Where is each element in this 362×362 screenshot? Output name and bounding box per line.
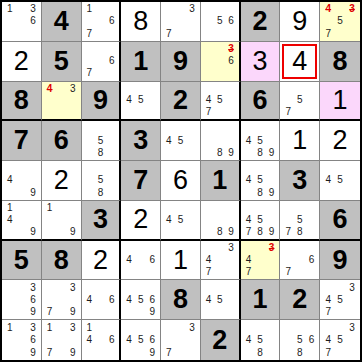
pencil-mark: 6 <box>147 294 159 306</box>
pencil-marks: 369 <box>2 280 41 319</box>
cell-r5c9[interactable]: 45 <box>320 161 360 201</box>
eliminated-candidate: 3 <box>266 242 278 254</box>
pencil-mark: 5 <box>214 294 225 306</box>
given-digit: 9 <box>93 87 108 114</box>
cell-r2c2[interactable]: 5 <box>42 42 82 82</box>
pencil-marks: 146 <box>82 320 120 360</box>
cell-r7c9[interactable]: 9 <box>320 241 360 281</box>
cell-r3c7[interactable]: 6 <box>241 82 281 122</box>
given-digit: 3 <box>292 167 307 194</box>
cell-r7c7[interactable]: 347 <box>241 241 281 281</box>
pencil-mark: 3 <box>27 281 39 293</box>
pencil-mark: 3 <box>67 281 79 293</box>
pencil-marks: 67 <box>82 42 120 81</box>
pencil-mark: 7 <box>84 67 95 79</box>
given-digit: 9 <box>333 247 348 274</box>
cell-r4c2[interactable]: 6 <box>42 121 82 161</box>
pencil-mark: 3 <box>225 242 236 254</box>
pencil-mark: 4 <box>322 174 334 186</box>
pencil-mark: 6 <box>306 334 318 347</box>
pencil-mark: 6 <box>27 294 39 306</box>
cell-r8c1[interactable]: 369 <box>2 280 42 320</box>
cell-r8c5[interactable]: 8 <box>161 280 201 320</box>
pencil-mark: 9 <box>27 306 39 318</box>
pencil-mark: 3 <box>67 83 79 95</box>
pencil-mark: 5 <box>334 294 346 306</box>
pencil-mark: 1 <box>84 3 95 15</box>
cell-r8c2[interactable]: 379 <box>42 280 82 320</box>
solved-digit: 1 <box>292 127 307 154</box>
pencil-mark: 9 <box>225 226 236 238</box>
cell-r6c7[interactable]: 45789 <box>241 201 281 241</box>
pencil-marks: 37 <box>161 2 200 41</box>
pencil-mark: 1 <box>4 3 16 15</box>
pencil-mark: 3 <box>67 321 79 334</box>
cell-r6c4[interactable]: 2 <box>121 201 161 241</box>
cell-r8c3[interactable]: 46 <box>82 280 122 320</box>
pencil-mark: 9 <box>266 187 278 199</box>
pencil-mark: 5 <box>334 15 346 27</box>
pencil-marks: 4589 <box>241 161 280 200</box>
pencil-marks: 347 <box>201 241 239 280</box>
cell-r1c1[interactable]: 136 <box>2 2 42 42</box>
pencil-mark: 5 <box>294 214 306 226</box>
pencil-mark: 1 <box>4 321 16 334</box>
pencil-mark: 5 <box>95 174 106 186</box>
cell-r4c9[interactable]: 2 <box>320 121 360 161</box>
pencil-mark: 6 <box>106 55 117 67</box>
cell-r9c2[interactable]: 1379 <box>42 320 82 360</box>
given-digit: 4 <box>54 8 69 35</box>
solved-digit: 2 <box>133 206 148 233</box>
given-digit: 6 <box>54 127 69 154</box>
pencil-mark: 3 <box>346 281 358 293</box>
cell-r4c6[interactable]: 89 <box>201 121 241 161</box>
cell-r6c3[interactable]: 3 <box>82 201 122 241</box>
solved-digit: 3 <box>253 48 268 75</box>
given-digit: 1 <box>212 167 227 194</box>
pencil-mark: 4 <box>203 94 214 106</box>
cell-r4c4[interactable]: 3 <box>121 121 161 161</box>
pencil-marks: 578 <box>280 201 319 239</box>
pencil-mark: 8 <box>95 147 106 159</box>
pencil-mark: 8 <box>214 226 225 238</box>
sudoku-board: 1364167837562943572567193634884394524576… <box>0 0 362 362</box>
given-digit: 5 <box>14 247 29 274</box>
pencil-mark: 5 <box>175 214 187 226</box>
pencil-mark: 3 <box>346 321 358 334</box>
pencil-mark: 6 <box>147 254 159 266</box>
pencil-marks: 89 <box>201 201 239 239</box>
solved-digit: 2 <box>93 247 108 274</box>
pencil-marks: 36 <box>201 42 239 81</box>
pencil-mark: 7 <box>44 306 56 318</box>
given-digit: 8 <box>54 247 69 274</box>
pencil-mark: 4 <box>203 254 214 266</box>
given-digit: 7 <box>133 167 148 194</box>
cell-r2c7[interactable]: 3 <box>241 42 281 82</box>
cell-r7c6[interactable]: 347 <box>201 241 241 281</box>
cell-r8c6[interactable]: 45 <box>201 280 241 320</box>
cell-r9c6[interactable]: 2 <box>201 320 241 360</box>
pencil-mark: 5 <box>135 334 147 347</box>
cell-r2c9[interactable]: 8 <box>320 42 360 82</box>
cell-r8c7[interactable]: 1 <box>241 280 281 320</box>
cell-r5c8[interactable]: 3 <box>280 161 320 201</box>
given-digit: 8 <box>173 286 188 313</box>
cell-r9c5[interactable]: 37 <box>161 320 201 360</box>
cell-r4c3[interactable]: 58 <box>82 121 122 161</box>
pencil-mark: 6 <box>225 55 236 67</box>
pencil-mark: 7 <box>84 28 95 40</box>
cell-r2c4[interactable]: 1 <box>121 42 161 82</box>
pencil-marks: 46 <box>121 241 160 280</box>
pencil-marks: 4357 <box>320 2 360 41</box>
cell-r3c6[interactable]: 457 <box>201 82 241 122</box>
pencil-mark: 3 <box>27 3 39 15</box>
pencil-mark: 4 <box>123 294 135 306</box>
pencil-marks: 19 <box>42 201 81 239</box>
cell-r7c2[interactable]: 8 <box>42 241 82 281</box>
pencil-mark: 6 <box>27 334 39 347</box>
cell-r6c6[interactable]: 89 <box>201 201 241 241</box>
given-digit: 7 <box>14 127 29 154</box>
pencil-mark: 5 <box>135 94 147 106</box>
pencil-marks: 379 <box>42 280 81 319</box>
pencil-mark: 7 <box>243 226 255 238</box>
pencil-mark: 4 <box>84 334 95 347</box>
cell-r9c3[interactable]: 146 <box>82 320 122 360</box>
pencil-mark: 7 <box>243 266 255 278</box>
cell-r8c8[interactable]: 2 <box>280 280 320 320</box>
pencil-marks: 45 <box>121 82 160 120</box>
pencil-mark: 7 <box>322 346 334 359</box>
cell-r1c4[interactable]: 8 <box>121 2 161 42</box>
cell-r1c8[interactable]: 9 <box>280 2 320 42</box>
cell-r1c2[interactable]: 4 <box>42 2 82 42</box>
pencil-mark: 4 <box>4 214 16 226</box>
cell-r1c9[interactable]: 4357 <box>320 2 360 42</box>
pencil-marks: 89 <box>201 121 239 160</box>
cell-r5c4[interactable]: 7 <box>121 161 161 201</box>
cell-r6c5[interactable]: 45 <box>161 201 201 241</box>
pencil-mark: 4 <box>123 334 135 347</box>
given-digit: 2 <box>292 286 307 313</box>
pencil-mark: 7 <box>322 306 334 318</box>
pencil-mark: 4 <box>243 135 255 147</box>
solved-digit: 2 <box>54 167 69 194</box>
pencil-mark: 9 <box>225 147 236 159</box>
pencil-mark: 6 <box>106 334 117 347</box>
given-digit: 6 <box>253 87 268 114</box>
pencil-mark: 8 <box>254 226 266 238</box>
pencil-marks: 43 <box>42 82 81 120</box>
pencil-marks: 136 <box>2 2 41 41</box>
solved-digit: 9 <box>292 8 307 35</box>
pencil-mark: 1 <box>84 321 95 334</box>
pencil-marks: 49 <box>2 161 41 200</box>
cell-r1c5[interactable]: 37 <box>161 2 201 42</box>
pencil-mark: 8 <box>254 147 266 159</box>
pencil-mark: 4 <box>243 174 255 186</box>
cell-r3c8[interactable]: 57 <box>280 82 320 122</box>
pencil-marks: 57 <box>280 82 319 120</box>
cell-r2c3[interactable]: 67 <box>82 42 122 82</box>
cell-r5c3[interactable]: 58 <box>82 161 122 201</box>
pencil-mark: 5 <box>175 135 187 147</box>
pencil-mark: 7 <box>203 106 214 118</box>
cell-r2c8[interactable]: 4 <box>280 42 320 82</box>
given-digit: 5 <box>54 48 69 75</box>
cell-r7c4[interactable]: 46 <box>121 241 161 281</box>
pencil-mark: 4 <box>243 254 255 266</box>
cell-r5c2[interactable]: 2 <box>42 161 82 201</box>
eliminated-candidate: 3 <box>346 3 358 15</box>
pencil-mark: 6 <box>225 15 236 27</box>
pencil-mark: 4 <box>243 214 255 226</box>
pencil-mark: 9 <box>27 226 39 238</box>
given-digit: 8 <box>14 87 29 114</box>
given-digit: 1 <box>253 286 268 313</box>
cell-r7c3[interactable]: 2 <box>82 241 122 281</box>
cell-r7c8[interactable]: 67 <box>280 241 320 281</box>
cell-r9c9[interactable]: 3457 <box>320 320 360 360</box>
cell-r7c1[interactable]: 5 <box>2 241 42 281</box>
pencil-mark: 4 <box>163 135 175 147</box>
pencil-mark: 8 <box>254 346 266 359</box>
pencil-mark: 5 <box>254 214 266 226</box>
pencil-mark: 7 <box>163 346 175 359</box>
pencil-mark: 5 <box>254 135 266 147</box>
pencil-mark: 7 <box>282 266 294 278</box>
pencil-marks: 167 <box>82 2 120 41</box>
cell-r9c4[interactable]: 4569 <box>121 320 161 360</box>
pencil-mark: 8 <box>294 226 306 238</box>
pencil-marks: 58 <box>82 161 120 200</box>
pencil-marks: 1369 <box>2 320 41 360</box>
cell-r5c1[interactable]: 49 <box>2 161 42 201</box>
pencil-mark: 6 <box>106 15 117 27</box>
cell-r7c5[interactable]: 1 <box>161 241 201 281</box>
pencil-mark: 9 <box>266 226 278 238</box>
eliminated-candidate: 4 <box>322 3 334 15</box>
given-digit: 9 <box>173 48 188 75</box>
cell-r3c9[interactable]: 1 <box>320 82 360 122</box>
cell-r1c7[interactable]: 2 <box>241 2 281 42</box>
pencil-mark: 5 <box>95 135 106 147</box>
pencil-mark: 8 <box>214 147 225 159</box>
pencil-mark: 7 <box>282 226 294 238</box>
pencil-mark: 5 <box>214 15 225 27</box>
pencil-mark: 9 <box>27 187 39 199</box>
pencil-mark: 5 <box>135 294 147 306</box>
pencil-mark: 6 <box>147 334 159 347</box>
solved-digit: 2 <box>14 48 29 75</box>
pencil-mark: 9 <box>27 346 39 359</box>
given-digit: 6 <box>333 206 348 233</box>
pencil-mark: 4 <box>123 254 135 266</box>
given-digit: 8 <box>333 48 348 75</box>
solved-digit: 1 <box>173 247 188 274</box>
pencil-marks: 347 <box>241 241 280 280</box>
cell-r5c7[interactable]: 4589 <box>241 161 281 201</box>
pencil-mark: 5 <box>214 94 225 106</box>
cell-r6c8[interactable]: 578 <box>280 201 320 241</box>
pencil-mark: 5 <box>294 334 306 347</box>
pencil-mark: 6 <box>306 254 318 266</box>
pencil-mark: 4 <box>84 294 95 306</box>
pencil-mark: 7 <box>322 28 334 40</box>
solved-digit: 8 <box>133 8 148 35</box>
pencil-mark: 7 <box>163 28 175 40</box>
eliminated-candidate: 3 <box>225 43 236 55</box>
cell-r3c2[interactable]: 43 <box>42 82 82 122</box>
pencil-marks: 45 <box>320 161 360 200</box>
pencil-marks: 568 <box>280 320 319 360</box>
pencil-mark: 4 <box>203 294 214 306</box>
pencil-marks: 45 <box>201 280 239 319</box>
solved-digit: 4 <box>292 48 307 75</box>
cell-r4c8[interactable]: 1 <box>280 121 320 161</box>
pencil-marks: 67 <box>280 241 319 280</box>
pencil-mark: 8 <box>95 187 106 199</box>
pencil-mark: 4 <box>163 214 175 226</box>
cell-r5c6[interactable]: 1 <box>201 161 241 201</box>
cell-r9c7[interactable]: 458 <box>241 320 281 360</box>
cell-r9c1[interactable]: 1369 <box>2 320 42 360</box>
cell-r6c2[interactable]: 19 <box>42 201 82 241</box>
given-digit: 1 <box>133 48 148 75</box>
cell-r9c8[interactable]: 568 <box>280 320 320 360</box>
pencil-mark: 7 <box>282 106 294 118</box>
cell-r4c1[interactable]: 7 <box>2 121 42 161</box>
pencil-marks: 458 <box>241 320 280 360</box>
pencil-marks: 3457 <box>320 280 360 319</box>
pencil-mark: 1 <box>44 202 56 214</box>
pencil-mark: 9 <box>147 346 159 359</box>
pencil-mark: 1 <box>4 202 16 214</box>
cell-r4c5[interactable]: 45 <box>161 121 201 161</box>
given-digit: 2 <box>173 87 188 114</box>
solved-digit: 6 <box>173 167 188 194</box>
pencil-mark: 6 <box>27 15 39 27</box>
cell-r5c5[interactable]: 6 <box>161 161 201 201</box>
given-digit: 3 <box>93 206 108 233</box>
cell-r3c4[interactable]: 45 <box>121 82 161 122</box>
given-digit: 3 <box>133 127 148 154</box>
pencil-mark: 5 <box>254 334 266 347</box>
pencil-marks: 45 <box>161 201 200 239</box>
pencil-marks: 457 <box>201 82 239 120</box>
pencil-mark: 3 <box>27 321 39 334</box>
pencil-mark: 5 <box>294 94 306 106</box>
pencil-marks: 45 <box>161 121 200 160</box>
pencil-mark: 3 <box>186 321 198 334</box>
pencil-mark: 3 <box>186 3 198 15</box>
pencil-marks: 46 <box>82 280 120 319</box>
pencil-mark: 9 <box>67 226 79 238</box>
pencil-mark: 4 <box>123 94 135 106</box>
cell-r8c4[interactable]: 4569 <box>121 280 161 320</box>
cell-r2c6[interactable]: 36 <box>201 42 241 82</box>
pencil-mark: 4 <box>322 294 334 306</box>
pencil-mark: 5 <box>334 174 346 186</box>
cell-r6c1[interactable]: 149 <box>2 201 42 241</box>
pencil-mark: 4 <box>4 174 16 186</box>
pencil-mark: 9 <box>266 147 278 159</box>
given-digit: 2 <box>253 8 268 35</box>
pencil-mark: 7 <box>44 346 56 359</box>
pencil-marks: 4569 <box>121 280 160 319</box>
pencil-mark: 9 <box>147 306 159 318</box>
cell-r3c5[interactable]: 2 <box>161 82 201 122</box>
pencil-mark: 9 <box>67 346 79 359</box>
pencil-mark: 1 <box>44 321 56 334</box>
pencil-mark: 5 <box>254 174 266 186</box>
cell-r1c3[interactable]: 167 <box>82 2 122 42</box>
pencil-marks: 1379 <box>42 320 81 360</box>
solved-digit: 2 <box>333 127 348 154</box>
cell-r3c3[interactable]: 9 <box>82 82 122 122</box>
pencil-mark: 4 <box>322 334 334 347</box>
pencil-marks: 3457 <box>320 320 360 360</box>
pencil-marks: 4589 <box>241 121 280 160</box>
pencil-marks: 58 <box>82 121 120 160</box>
pencil-marks: 4569 <box>121 320 160 360</box>
pencil-mark: 8 <box>254 187 266 199</box>
cell-r4c7[interactable]: 4589 <box>241 121 281 161</box>
pencil-mark: 4 <box>243 334 255 347</box>
solved-digit: 1 <box>333 87 348 114</box>
pencil-marks: 37 <box>161 320 200 360</box>
pencil-mark: 7 <box>203 266 214 278</box>
cell-r2c5[interactable]: 9 <box>161 42 201 82</box>
pencil-mark: 5 <box>334 334 346 347</box>
pencil-marks: 45789 <box>241 201 280 239</box>
cell-r3c1[interactable]: 8 <box>2 82 42 122</box>
given-digit: 2 <box>212 327 227 354</box>
cell-r2c1[interactable]: 2 <box>2 42 42 82</box>
pencil-mark: 9 <box>67 306 79 318</box>
eliminated-candidate: 4 <box>44 83 56 95</box>
cell-r1c6[interactable]: 56 <box>201 2 241 42</box>
pencil-mark: 8 <box>294 346 306 359</box>
cell-r8c9[interactable]: 3457 <box>320 280 360 320</box>
pencil-marks: 149 <box>2 201 41 239</box>
pencil-marks: 56 <box>201 2 239 41</box>
pencil-mark: 6 <box>106 294 117 306</box>
cell-r6c9[interactable]: 6 <box>320 201 360 241</box>
